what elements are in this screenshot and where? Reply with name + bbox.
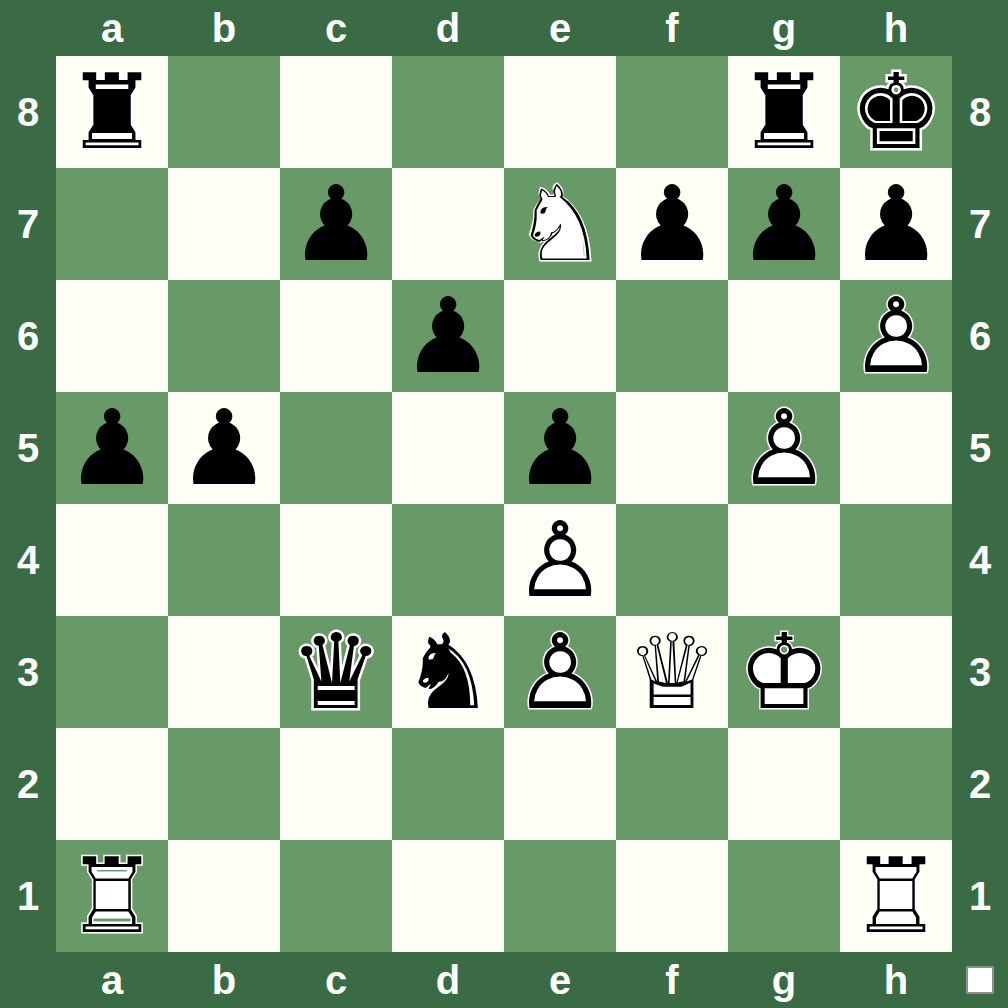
white-pawn[interactable]: ♟♙ (840, 280, 952, 392)
square-h5[interactable] (840, 392, 952, 504)
piece-fill: ♟ (56, 392, 168, 504)
file-label-top-b: b (168, 0, 280, 56)
rank-label-left-8: 8 (0, 56, 56, 168)
square-g3[interactable]: ♚♔ (728, 616, 840, 728)
square-g7[interactable]: ♟ (728, 168, 840, 280)
square-f8[interactable] (616, 56, 728, 168)
rank-label-right-7: 7 (952, 168, 1008, 280)
file-label-bottom-b: b (168, 952, 280, 1008)
piece-fill: ♟ (168, 392, 280, 504)
piece-fill: ♟ (392, 280, 504, 392)
white-to-move-indicator (966, 966, 994, 994)
square-b8[interactable] (168, 56, 280, 168)
square-a4[interactable] (56, 504, 168, 616)
rank-label-left-6: 6 (0, 280, 56, 392)
square-d7[interactable] (392, 168, 504, 280)
rank-label-left-5: 5 (0, 392, 56, 504)
square-c2[interactable] (280, 728, 392, 840)
piece-outline: ♙ (504, 504, 616, 616)
square-h7[interactable]: ♟ (840, 168, 952, 280)
square-a5[interactable]: ♟ (56, 392, 168, 504)
piece-outline: ♔ (728, 616, 840, 728)
rank-label-left-7: 7 (0, 168, 56, 280)
square-f6[interactable] (616, 280, 728, 392)
square-e1[interactable] (504, 840, 616, 952)
piece-outline: ♙ (840, 280, 952, 392)
rank-label-right-4: 4 (952, 504, 1008, 616)
white-pawn[interactable]: ♟♙ (728, 392, 840, 504)
white-pawn[interactable]: ♟♙ (504, 616, 616, 728)
square-b6[interactable] (168, 280, 280, 392)
square-c3[interactable]: ♛♛ (280, 616, 392, 728)
square-h6[interactable]: ♟♙ (840, 280, 952, 392)
square-f5[interactable] (616, 392, 728, 504)
chess-board: ♜♜♜♜♚♚♟♞♘♟♟♟♟♟♙♟♟♟♟♙♟♙♛♛♞♞♟♙♛♕♚♔♜♖♜♖ (56, 56, 952, 952)
square-d8[interactable] (392, 56, 504, 168)
square-d2[interactable] (392, 728, 504, 840)
file-label-top-a: a (56, 0, 168, 56)
rank-label-left-1: 1 (0, 840, 56, 952)
file-label-top-c: c (280, 0, 392, 56)
rank-label-left-3: 3 (0, 616, 56, 728)
square-g2[interactable] (728, 728, 840, 840)
square-g1[interactable] (728, 840, 840, 952)
piece-outline: ♖ (56, 840, 168, 952)
square-b5[interactable]: ♟ (168, 392, 280, 504)
piece-outline: ♚ (840, 56, 952, 168)
black-pawn[interactable]: ♟ (280, 168, 392, 280)
square-c8[interactable] (280, 56, 392, 168)
file-label-bottom-c: c (280, 952, 392, 1008)
square-e6[interactable] (504, 280, 616, 392)
white-knight[interactable]: ♞♘ (504, 168, 616, 280)
piece-outline: ♜ (728, 56, 840, 168)
square-g6[interactable] (728, 280, 840, 392)
square-f7[interactable]: ♟ (616, 168, 728, 280)
black-pawn[interactable]: ♟ (616, 168, 728, 280)
square-b7[interactable] (168, 168, 280, 280)
black-pawn[interactable]: ♟ (168, 392, 280, 504)
square-c7[interactable]: ♟ (280, 168, 392, 280)
file-label-bottom-e: e (504, 952, 616, 1008)
square-a7[interactable] (56, 168, 168, 280)
black-pawn[interactable]: ♟ (728, 168, 840, 280)
square-h1[interactable]: ♜♖ (840, 840, 952, 952)
square-c6[interactable] (280, 280, 392, 392)
file-label-bottom-d: d (392, 952, 504, 1008)
square-b4[interactable] (168, 504, 280, 616)
piece-fill: ♟ (280, 168, 392, 280)
piece-outline: ♘ (504, 168, 616, 280)
white-pawn[interactable]: ♟♙ (504, 504, 616, 616)
black-pawn[interactable]: ♟ (504, 392, 616, 504)
rank-label-right-3: 3 (952, 616, 1008, 728)
rank-label-right-6: 6 (952, 280, 1008, 392)
file-label-bottom-a: a (56, 952, 168, 1008)
square-h2[interactable] (840, 728, 952, 840)
rank-label-right-8: 8 (952, 56, 1008, 168)
black-pawn[interactable]: ♟ (392, 280, 504, 392)
white-rook[interactable]: ♜♖ (840, 840, 952, 952)
square-e5[interactable]: ♟ (504, 392, 616, 504)
black-pawn[interactable]: ♟ (56, 392, 168, 504)
square-f3[interactable]: ♛♕ (616, 616, 728, 728)
black-rook[interactable]: ♜♜ (728, 56, 840, 168)
square-f4[interactable] (616, 504, 728, 616)
piece-fill: ♟ (504, 392, 616, 504)
square-a8[interactable]: ♜♜ (56, 56, 168, 168)
square-f1[interactable] (616, 840, 728, 952)
square-a6[interactable] (56, 280, 168, 392)
black-king[interactable]: ♚♚ (840, 56, 952, 168)
square-g5[interactable]: ♟♙ (728, 392, 840, 504)
square-c1[interactable] (280, 840, 392, 952)
square-b3[interactable] (168, 616, 280, 728)
square-d3[interactable]: ♞♞ (392, 616, 504, 728)
square-a2[interactable] (56, 728, 168, 840)
square-c5[interactable] (280, 392, 392, 504)
piece-outline: ♙ (504, 616, 616, 728)
square-d4[interactable] (392, 504, 504, 616)
file-label-top-e: e (504, 0, 616, 56)
square-g8[interactable]: ♜♜ (728, 56, 840, 168)
square-e3[interactable]: ♟♙ (504, 616, 616, 728)
file-label-top-g: g (728, 0, 840, 56)
piece-outline: ♙ (728, 392, 840, 504)
square-d6[interactable]: ♟ (392, 280, 504, 392)
white-queen[interactable]: ♛♕ (616, 616, 728, 728)
square-h3[interactable] (840, 616, 952, 728)
rank-label-right-5: 5 (952, 392, 1008, 504)
square-d1[interactable] (392, 840, 504, 952)
square-e8[interactable] (504, 56, 616, 168)
piece-outline: ♖ (840, 840, 952, 952)
file-label-top-f: f (616, 0, 728, 56)
piece-outline: ♞ (392, 616, 504, 728)
square-h4[interactable] (840, 504, 952, 616)
square-a3[interactable] (56, 616, 168, 728)
square-h8[interactable]: ♚♚ (840, 56, 952, 168)
file-label-top-h: h (840, 0, 952, 56)
rank-label-left-4: 4 (0, 504, 56, 616)
rank-label-left-2: 2 (0, 728, 56, 840)
square-d5[interactable] (392, 392, 504, 504)
piece-fill: ♟ (840, 168, 952, 280)
file-label-bottom-f: f (616, 952, 728, 1008)
file-label-top-d: d (392, 0, 504, 56)
piece-fill: ♟ (616, 168, 728, 280)
black-queen[interactable]: ♛♛ (280, 616, 392, 728)
black-knight[interactable]: ♞♞ (392, 616, 504, 728)
piece-fill: ♟ (728, 168, 840, 280)
square-b1[interactable] (168, 840, 280, 952)
piece-outline: ♕ (616, 616, 728, 728)
square-c4[interactable] (280, 504, 392, 616)
rank-label-right-2: 2 (952, 728, 1008, 840)
white-rook[interactable]: ♜♖ (56, 840, 168, 952)
piece-outline: ♛ (280, 616, 392, 728)
white-king[interactable]: ♚♔ (728, 616, 840, 728)
square-f2[interactable] (616, 728, 728, 840)
file-label-bottom-g: g (728, 952, 840, 1008)
square-a1[interactable]: ♜♖ (56, 840, 168, 952)
rank-label-right-1: 1 (952, 840, 1008, 952)
square-e7[interactable]: ♞♘ (504, 168, 616, 280)
square-e2[interactable] (504, 728, 616, 840)
square-b2[interactable] (168, 728, 280, 840)
square-e4[interactable]: ♟♙ (504, 504, 616, 616)
black-rook[interactable]: ♜♜ (56, 56, 168, 168)
file-label-bottom-h: h (840, 952, 952, 1008)
chess-board-frame: ♜♜♜♜♚♚♟♞♘♟♟♟♟♟♙♟♟♟♟♙♟♙♛♛♞♞♟♙♛♕♚♔♜♖♜♖ aab… (0, 0, 1008, 1008)
square-g4[interactable] (728, 504, 840, 616)
piece-outline: ♜ (56, 56, 168, 168)
black-pawn[interactable]: ♟ (840, 168, 952, 280)
